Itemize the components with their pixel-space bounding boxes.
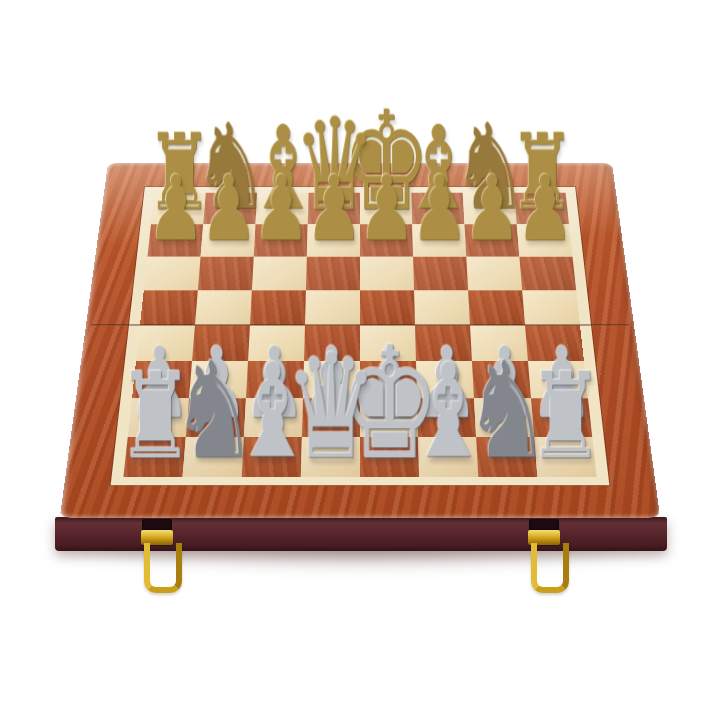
square-f6[interactable] <box>413 257 468 291</box>
board-lid-top: ♜♞♝♛♚♝♞♜♟♟♟♟♟♟♟♟♟♟♟♟♟♟♟♟♜♞♝♛♚♝♞♜ <box>60 163 661 518</box>
square-e6[interactable] <box>360 257 414 291</box>
square-g5[interactable] <box>468 290 525 325</box>
chessboard: ♜♞♝♛♚♝♞♜♟♟♟♟♟♟♟♟♟♟♟♟♟♟♟♟♜♞♝♛♚♝♞♜ <box>111 187 610 486</box>
square-a6[interactable] <box>144 257 201 291</box>
wooden-frame: ♜♞♝♛♚♝♞♜♟♟♟♟♟♟♟♟♟♟♟♟♟♟♟♟♜♞♝♛♚♝♞♜ <box>60 163 661 518</box>
square-e7[interactable]: ♟ <box>360 224 413 256</box>
clasp-right <box>525 519 563 597</box>
clasp-left <box>138 519 176 597</box>
square-a5[interactable] <box>140 290 198 325</box>
board-grid: ♜♞♝♛♚♝♞♜♟♟♟♟♟♟♟♟♟♟♟♟♟♟♟♟♜♞♝♛♚♝♞♜ <box>123 193 596 477</box>
square-d7[interactable]: ♟ <box>307 224 360 256</box>
piece-white-rook[interactable]: ♜ <box>116 356 193 475</box>
square-b5[interactable] <box>195 290 252 325</box>
square-a1[interactable]: ♜ <box>123 437 185 477</box>
piece-black-pawn[interactable]: ♟ <box>305 164 363 254</box>
square-b6[interactable] <box>198 257 254 291</box>
square-h5[interactable] <box>522 290 580 325</box>
box-front-side <box>55 517 667 551</box>
piece-black-pawn[interactable]: ♟ <box>515 164 573 254</box>
piece-black-pawn[interactable]: ♟ <box>357 164 415 254</box>
piece-black-pawn[interactable]: ♟ <box>147 164 205 254</box>
piece-black-pawn[interactable]: ♟ <box>199 164 257 254</box>
square-f7[interactable]: ♟ <box>412 224 466 256</box>
square-g6[interactable] <box>466 257 522 291</box>
square-d1[interactable]: ♛ <box>301 437 360 477</box>
piece-white-rook[interactable]: ♜ <box>527 356 604 475</box>
square-c7[interactable]: ♟ <box>254 224 308 256</box>
square-c5[interactable] <box>250 290 306 325</box>
piece-black-pawn[interactable]: ♟ <box>252 164 310 254</box>
square-d6[interactable] <box>306 257 360 291</box>
piece-black-pawn[interactable]: ♟ <box>410 164 468 254</box>
square-a7[interactable]: ♟ <box>147 224 203 256</box>
clasp-loop <box>144 543 182 593</box>
chess-set-photo: ♜♞♝♛♚♝♞♜♟♟♟♟♟♟♟♟♟♟♟♟♟♟♟♟♜♞♝♛♚♝♞♜ <box>0 0 720 720</box>
square-h1[interactable]: ♜ <box>534 437 596 477</box>
piece-black-pawn[interactable]: ♟ <box>463 164 521 254</box>
square-c6[interactable] <box>252 257 307 291</box>
square-h7[interactable]: ♟ <box>517 224 573 256</box>
clasp-loop <box>531 543 569 593</box>
square-b7[interactable]: ♟ <box>201 224 256 256</box>
square-h6[interactable] <box>519 257 576 291</box>
square-g7[interactable]: ♟ <box>464 224 519 256</box>
